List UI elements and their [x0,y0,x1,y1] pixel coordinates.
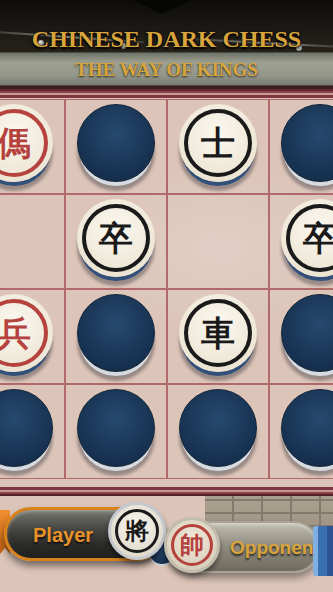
board-cell-r2c1[interactable] [0,194,65,289]
piece-face-down[interactable] [0,389,53,467]
piece-face-down[interactable] [281,294,333,372]
piece-character: 車 [179,294,257,372]
opponent-side-piece-icon: 帥 [164,517,220,573]
black-general-icon: 將 [125,515,149,547]
game-screen: CHINESE DARK CHESS THE WAY OF KINGS 傌士卒卒… [0,0,333,592]
piece-face-down[interactable] [281,104,333,182]
game-title: CHINESE DARK CHESS [0,26,333,52]
board-border-bottom [0,487,333,496]
piece-face-down[interactable] [77,104,155,182]
piece-red-horse[interactable]: 傌 [0,104,53,182]
board-cell-r1c1[interactable]: 傌 [0,99,65,194]
piece-red-soldier[interactable]: 兵 [0,294,53,372]
opponent-label: Opponent [230,537,320,559]
player-side-piece-icon: 將 [108,502,166,560]
board-cell-r3c1[interactable]: 兵 [0,289,65,384]
board-cell-r1c3[interactable]: 士 [167,99,269,194]
board-cell-r4c3[interactable] [167,384,269,479]
board-grid: 傌士卒卒兵車 [0,99,333,480]
board-cell-r1c2[interactable] [65,99,167,194]
board-cell-r2c3[interactable] [167,194,269,289]
red-marshal-icon: 帥 [180,529,204,561]
board-cell-r4c2[interactable] [65,384,167,479]
piece-face-down[interactable] [281,389,333,467]
piece-face-down[interactable] [77,389,155,467]
board-cell-r1c4[interactable] [269,99,333,194]
subtitle-banner: THE WAY OF KINGS [0,52,333,86]
piece-character: 傌 [0,104,53,182]
board-cell-r2c4[interactable]: 卒 [269,194,333,289]
board-cell-r4c1[interactable] [0,384,65,479]
piece-black-soldier[interactable]: 卒 [281,199,333,277]
piece-character: 卒 [77,199,155,277]
piece-face-down[interactable] [179,389,257,467]
piece-character: 兵 [0,294,53,372]
banner-ornament [128,0,196,14]
piece-face-down[interactable] [77,294,155,372]
piece-black-advisor[interactable]: 士 [179,104,257,182]
opponent-ribbon [313,526,333,576]
player-label: Player [33,524,93,547]
board-cell-r3c3[interactable]: 車 [167,289,269,384]
piece-character: 卒 [281,199,333,277]
board-cell-r2c2[interactable]: 卒 [65,194,167,289]
piece-character: 士 [179,104,257,182]
player-bar: Player 將 Opponent 帥 [0,496,333,592]
game-subtitle: THE WAY OF KINGS [0,53,333,86]
piece-black-chariot[interactable]: 車 [179,294,257,372]
piece-black-soldier[interactable]: 卒 [77,199,155,277]
title-banner: CHINESE DARK CHESS [0,0,333,52]
board: 傌士卒卒兵車 [0,98,333,487]
board-border-top [0,89,333,98]
board-cell-r3c4[interactable] [269,289,333,384]
board-cell-r4c4[interactable] [269,384,333,479]
board-cell-r3c2[interactable] [65,289,167,384]
